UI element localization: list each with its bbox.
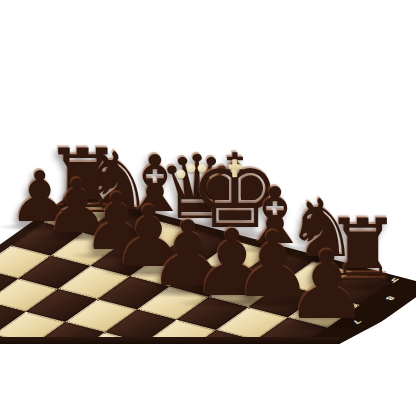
pawn-glyph: ♟ (285, 231, 369, 340)
piece-black-pawn-h7[interactable]: ♟ (285, 239, 369, 333)
pieces-layer: ♜♞♝♛♚♝♞♜♟♟♟♟♟♟♟♟ (0, 0, 416, 416)
product-photo-scene: h87 ♜♞♝♛♚♝♞♜♟♟♟♟♟♟♟♟ (0, 0, 416, 416)
